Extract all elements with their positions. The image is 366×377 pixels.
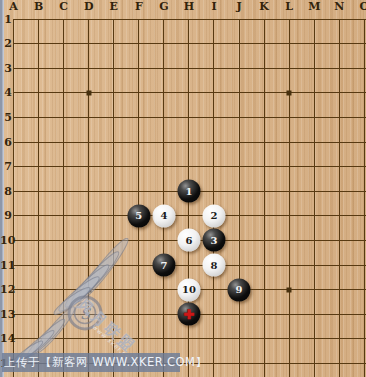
column-label-C: C: [59, 0, 68, 13]
star-point-l12: [287, 287, 292, 292]
stone-black-f9[interactable]: 5: [127, 204, 150, 227]
column-label-I: I: [211, 0, 216, 13]
grid-line-vertical: [314, 19, 315, 377]
grid-line-vertical: [239, 19, 240, 377]
move-number: 7: [160, 260, 167, 270]
move-number: 5: [135, 211, 142, 221]
move-number: 3: [210, 235, 217, 245]
column-label-L: L: [285, 0, 293, 13]
row-label-7: 7: [0, 160, 12, 173]
grid-line-vertical: [264, 19, 265, 377]
grid-line-horizontal: [13, 142, 366, 143]
grid-line-vertical: [339, 19, 340, 377]
row-label-2: 2: [0, 37, 12, 50]
column-label-F: F: [135, 0, 143, 13]
row-label-8: 8: [0, 185, 12, 198]
grid-line-horizontal: [13, 215, 366, 216]
move-number: 1: [185, 186, 192, 196]
row-label-4: 4: [0, 86, 12, 99]
row-label-5: 5: [0, 111, 12, 124]
star-point-d12: [86, 287, 91, 292]
stone-black-i10[interactable]: 3: [202, 229, 225, 252]
stone-white-h12[interactable]: 10: [177, 278, 200, 301]
grid-line-vertical: [63, 19, 64, 377]
column-label-J: J: [236, 0, 241, 13]
column-label-N: N: [334, 0, 344, 13]
column-label-D: D: [84, 0, 94, 13]
row-label-1: 1: [0, 13, 12, 26]
move-number: 6: [185, 235, 192, 245]
grid-line-vertical: [289, 19, 290, 377]
attribution-bar: 上传于【新客网 WWW.XKER.COM】: [2, 353, 180, 372]
grid-line-vertical: [213, 19, 214, 377]
gomoku-board-diagram: ABCDEFGHIJKLMNO1234567891011121314151234…: [0, 0, 366, 377]
stone-black-j12[interactable]: 9: [228, 278, 251, 301]
move-number: 9: [236, 285, 243, 295]
stone-white-h10[interactable]: 6: [177, 229, 200, 252]
attribution-text: 上传于【新客网 WWW.XKER.COM】: [4, 355, 208, 369]
column-label-G: G: [159, 0, 168, 13]
row-label-10: 10: [0, 234, 12, 247]
stone-white-i9[interactable]: 2: [202, 204, 225, 227]
stone-black-h13[interactable]: ✚: [177, 303, 200, 326]
stone-black-h8[interactable]: 1: [177, 180, 200, 203]
grid-line-vertical: [364, 19, 365, 377]
star-point-d4: [86, 90, 91, 95]
column-label-H: H: [184, 0, 194, 13]
grid-line-horizontal: [13, 117, 366, 118]
row-label-13: 13: [0, 308, 12, 321]
column-label-K: K: [259, 0, 269, 13]
row-label-3: 3: [0, 62, 12, 75]
stone-black-g11[interactable]: 7: [152, 254, 175, 277]
column-label-O: O: [360, 0, 366, 13]
grid-line-horizontal: [13, 19, 366, 20]
move-number: 4: [160, 211, 167, 221]
star-point-l4: [287, 90, 292, 95]
stone-white-g9[interactable]: 4: [152, 204, 175, 227]
grid-line-horizontal: [13, 43, 366, 44]
column-label-M: M: [308, 0, 320, 13]
grid-line-horizontal: [13, 265, 366, 266]
grid-line-vertical: [38, 19, 39, 377]
column-label-A: A: [9, 0, 18, 13]
grid-line-vertical: [163, 19, 164, 377]
move-number: 2: [210, 211, 217, 221]
grid-line-horizontal: [13, 338, 366, 339]
last-move-cross-marker: ✚: [183, 308, 194, 321]
grid-line-horizontal: [13, 68, 366, 69]
row-label-9: 9: [0, 209, 12, 222]
board-grid[interactable]: ABCDEFGHIJKLMNO1234567891011121314151234…: [0, 0, 366, 377]
row-label-11: 11: [0, 259, 12, 272]
grid-line-vertical: [13, 19, 14, 377]
row-label-14: 14: [0, 332, 12, 345]
column-label-B: B: [34, 0, 43, 13]
row-label-6: 6: [0, 136, 12, 149]
move-number: 8: [210, 260, 217, 270]
row-label-12: 12: [0, 283, 12, 296]
grid-line-vertical: [138, 19, 139, 377]
stone-white-i11[interactable]: 8: [202, 254, 225, 277]
grid-line-horizontal: [13, 92, 366, 93]
move-number: 10: [182, 285, 196, 295]
column-label-E: E: [110, 0, 118, 13]
grid-line-horizontal: [13, 166, 366, 167]
